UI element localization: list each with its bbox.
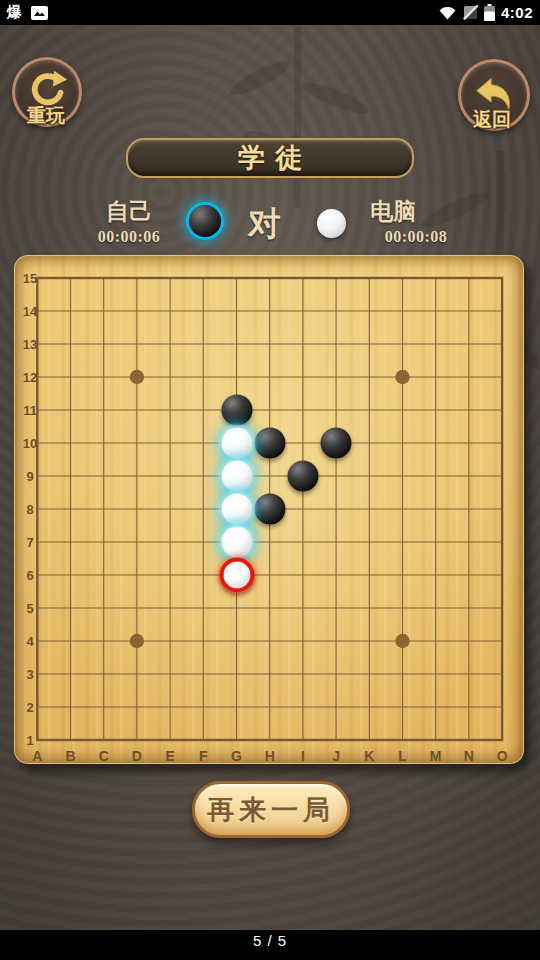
opponent-timer: 00:00:08: [375, 228, 457, 246]
self-timer: 00:00:06: [88, 228, 170, 246]
board[interactable]: 123456789101112131415ABCDEFGHIJKLMNO: [14, 255, 524, 764]
status-bar: 爆: [0, 0, 540, 25]
wifi-icon: [438, 5, 457, 20]
back-button[interactable]: [458, 59, 530, 131]
play-again-button[interactable]: 再来一局: [192, 781, 350, 838]
play-again-label: 再来一局: [207, 792, 335, 828]
opponent-name: 电脑: [360, 196, 426, 227]
stone-white-G6: [219, 558, 254, 593]
self-stone-indicator-black: [189, 205, 221, 237]
stone-black-I9: [287, 461, 318, 492]
stone-black-H10: [254, 428, 285, 459]
level-title: 学徒: [228, 140, 312, 176]
opponent-stone-indicator-white: [317, 209, 346, 238]
self-name: 自己: [96, 196, 162, 227]
stone-white-G10: [221, 428, 252, 459]
notification-badge: 爆: [7, 3, 22, 22]
vs-label: 对: [248, 202, 281, 247]
replay-button[interactable]: [12, 57, 82, 127]
bottom-nav-bar[interactable]: 5 / 5: [0, 930, 540, 960]
player-bar: 自己 00:00:06 对 电脑 00:00:08: [0, 192, 540, 254]
stone-black-G11: [221, 395, 252, 426]
gallery-icon: [31, 6, 48, 20]
stone-white-G7: [221, 527, 252, 558]
app-screen: 爆: [0, 0, 540, 960]
stone-black-J10: [321, 428, 352, 459]
stone-white-G9: [221, 461, 252, 492]
battery-icon: [484, 4, 495, 21]
page-indicator: 5 / 5: [0, 932, 540, 949]
clock-text: 4:02: [501, 4, 533, 21]
no-sim-icon: [463, 5, 478, 20]
stone-black-H8: [254, 494, 285, 525]
level-banner: 学徒: [126, 138, 414, 178]
stone-white-G8: [221, 494, 252, 525]
bamboo-decoration: [190, 28, 410, 208]
refresh-icon: [26, 69, 68, 115]
back-arrow-icon: [472, 71, 516, 119]
